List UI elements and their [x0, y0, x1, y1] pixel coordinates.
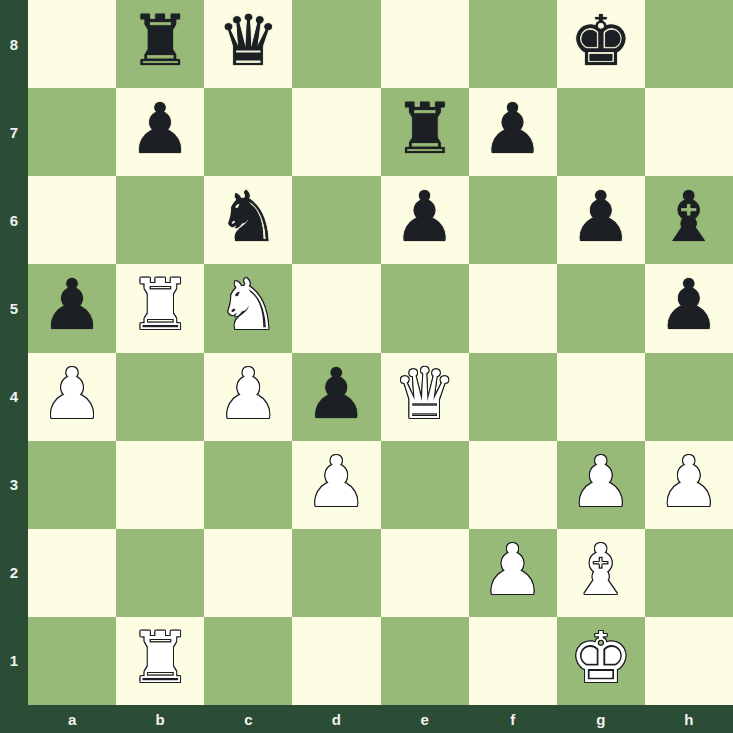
square-h7[interactable]	[645, 88, 733, 176]
square-a4[interactable]: ♟	[28, 353, 116, 441]
file-label-e: e	[381, 705, 469, 733]
square-e6[interactable]: ♟	[381, 176, 469, 264]
rank-label-6: 6	[0, 176, 28, 264]
piece-white-pawn[interactable]: ♟	[305, 447, 368, 517]
piece-white-rook[interactable]: ♜	[129, 623, 192, 693]
chess-board-frame: 8♜♛♚7♟♜♟6♞♟♟♝5♟♜♞♟4♟♟♟♛3♟♟♟2♟♝1♜♚abcdefg…	[0, 0, 733, 733]
square-a8[interactable]	[28, 0, 116, 88]
square-h2[interactable]	[645, 529, 733, 617]
square-d3[interactable]: ♟	[292, 441, 380, 529]
square-g4[interactable]	[557, 353, 645, 441]
square-c3[interactable]	[204, 441, 292, 529]
piece-black-rook[interactable]: ♜	[129, 6, 192, 76]
chess-board: 8♜♛♚7♟♜♟6♞♟♟♝5♟♜♞♟4♟♟♟♛3♟♟♟2♟♝1♜♚abcdefg…	[0, 0, 733, 733]
file-label-d: d	[292, 705, 380, 733]
square-f1[interactable]	[469, 617, 557, 705]
square-a6[interactable]	[28, 176, 116, 264]
rank-label-2: 2	[0, 529, 28, 617]
square-c6[interactable]: ♞	[204, 176, 292, 264]
square-e4[interactable]: ♛	[381, 353, 469, 441]
board-corner	[0, 705, 28, 733]
square-g5[interactable]	[557, 264, 645, 352]
square-h4[interactable]	[645, 353, 733, 441]
square-b7[interactable]: ♟	[116, 88, 204, 176]
piece-white-knight[interactable]: ♞	[217, 270, 280, 340]
square-f5[interactable]	[469, 264, 557, 352]
square-d6[interactable]	[292, 176, 380, 264]
piece-black-bishop[interactable]: ♝	[658, 182, 721, 252]
piece-white-bishop[interactable]: ♝	[569, 535, 632, 605]
piece-white-queen[interactable]: ♛	[393, 359, 456, 429]
square-h6[interactable]: ♝	[645, 176, 733, 264]
square-d2[interactable]	[292, 529, 380, 617]
square-f3[interactable]	[469, 441, 557, 529]
square-b1[interactable]: ♜	[116, 617, 204, 705]
rank-label-5: 5	[0, 264, 28, 352]
piece-black-pawn[interactable]: ♟	[393, 182, 456, 252]
square-f8[interactable]	[469, 0, 557, 88]
square-f4[interactable]	[469, 353, 557, 441]
square-d5[interactable]	[292, 264, 380, 352]
piece-black-pawn[interactable]: ♟	[569, 182, 632, 252]
square-e1[interactable]	[381, 617, 469, 705]
square-h5[interactable]: ♟	[645, 264, 733, 352]
square-g6[interactable]: ♟	[557, 176, 645, 264]
file-label-a: a	[28, 705, 116, 733]
square-e5[interactable]	[381, 264, 469, 352]
piece-black-king[interactable]: ♚	[569, 6, 632, 76]
square-c2[interactable]	[204, 529, 292, 617]
piece-white-king[interactable]: ♚	[569, 623, 632, 693]
rank-label-4: 4	[0, 353, 28, 441]
square-b3[interactable]	[116, 441, 204, 529]
square-d8[interactable]	[292, 0, 380, 88]
file-label-f: f	[469, 705, 557, 733]
rank-label-7: 7	[0, 88, 28, 176]
piece-black-pawn[interactable]: ♟	[658, 270, 721, 340]
square-h1[interactable]	[645, 617, 733, 705]
square-b5[interactable]: ♜	[116, 264, 204, 352]
square-g8[interactable]: ♚	[557, 0, 645, 88]
square-f7[interactable]: ♟	[469, 88, 557, 176]
piece-white-pawn[interactable]: ♟	[41, 359, 104, 429]
file-label-c: c	[204, 705, 292, 733]
rank-label-1: 1	[0, 617, 28, 705]
square-e3[interactable]	[381, 441, 469, 529]
file-label-g: g	[557, 705, 645, 733]
piece-white-pawn[interactable]: ♟	[658, 447, 721, 517]
square-f2[interactable]: ♟	[469, 529, 557, 617]
square-b8[interactable]: ♜	[116, 0, 204, 88]
square-c8[interactable]: ♛	[204, 0, 292, 88]
square-a7[interactable]	[28, 88, 116, 176]
square-e7[interactable]: ♜	[381, 88, 469, 176]
square-e2[interactable]	[381, 529, 469, 617]
square-g7[interactable]	[557, 88, 645, 176]
piece-black-pawn[interactable]: ♟	[305, 359, 368, 429]
piece-black-queen[interactable]: ♛	[217, 6, 280, 76]
file-label-b: b	[116, 705, 204, 733]
square-h3[interactable]: ♟	[645, 441, 733, 529]
square-c5[interactable]: ♞	[204, 264, 292, 352]
rank-label-3: 3	[0, 441, 28, 529]
square-c1[interactable]	[204, 617, 292, 705]
piece-black-rook[interactable]: ♜	[393, 94, 456, 164]
piece-black-pawn[interactable]: ♟	[129, 94, 192, 164]
square-f6[interactable]	[469, 176, 557, 264]
square-h8[interactable]	[645, 0, 733, 88]
square-a1[interactable]	[28, 617, 116, 705]
square-g3[interactable]: ♟	[557, 441, 645, 529]
square-d4[interactable]: ♟	[292, 353, 380, 441]
square-c7[interactable]	[204, 88, 292, 176]
file-label-h: h	[645, 705, 733, 733]
square-a5[interactable]: ♟	[28, 264, 116, 352]
piece-white-pawn[interactable]: ♟	[569, 447, 632, 517]
piece-white-pawn[interactable]: ♟	[217, 359, 280, 429]
square-a3[interactable]	[28, 441, 116, 529]
piece-black-pawn[interactable]: ♟	[481, 94, 544, 164]
square-e8[interactable]	[381, 0, 469, 88]
piece-white-pawn[interactable]: ♟	[481, 535, 544, 605]
square-a2[interactable]	[28, 529, 116, 617]
piece-black-pawn[interactable]: ♟	[41, 270, 104, 340]
square-c4[interactable]: ♟	[204, 353, 292, 441]
square-g2[interactable]: ♝	[557, 529, 645, 617]
square-d7[interactable]	[292, 88, 380, 176]
square-g1[interactable]: ♚	[557, 617, 645, 705]
square-b4[interactable]	[116, 353, 204, 441]
square-b6[interactable]	[116, 176, 204, 264]
square-b2[interactable]	[116, 529, 204, 617]
piece-black-knight[interactable]: ♞	[217, 182, 280, 252]
piece-white-rook[interactable]: ♜	[129, 270, 192, 340]
rank-label-8: 8	[0, 0, 28, 88]
square-d1[interactable]	[292, 617, 380, 705]
